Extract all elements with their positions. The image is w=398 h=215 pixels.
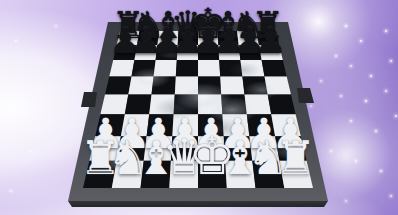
game-scene: ♜♞♝♛♚♝♞♜♟♟♟♟♟♟♟♟♟♟♟♟♟♟♟♟♜♞♝♛♚♝♞♜ (0, 0, 398, 215)
piece-black-pawn-h7[interactable]: ♟ (255, 23, 287, 58)
frame-tab-right (297, 88, 314, 103)
square-h6[interactable] (262, 60, 287, 76)
frame-tab-left (81, 92, 97, 107)
square-a6[interactable] (109, 60, 134, 76)
piece-white-rook-h1[interactable]: ♜ (275, 135, 317, 182)
square-a5[interactable] (105, 76, 132, 94)
square-e6[interactable] (198, 60, 220, 76)
square-d6[interactable] (176, 60, 198, 76)
board-frame-side (68, 201, 328, 207)
